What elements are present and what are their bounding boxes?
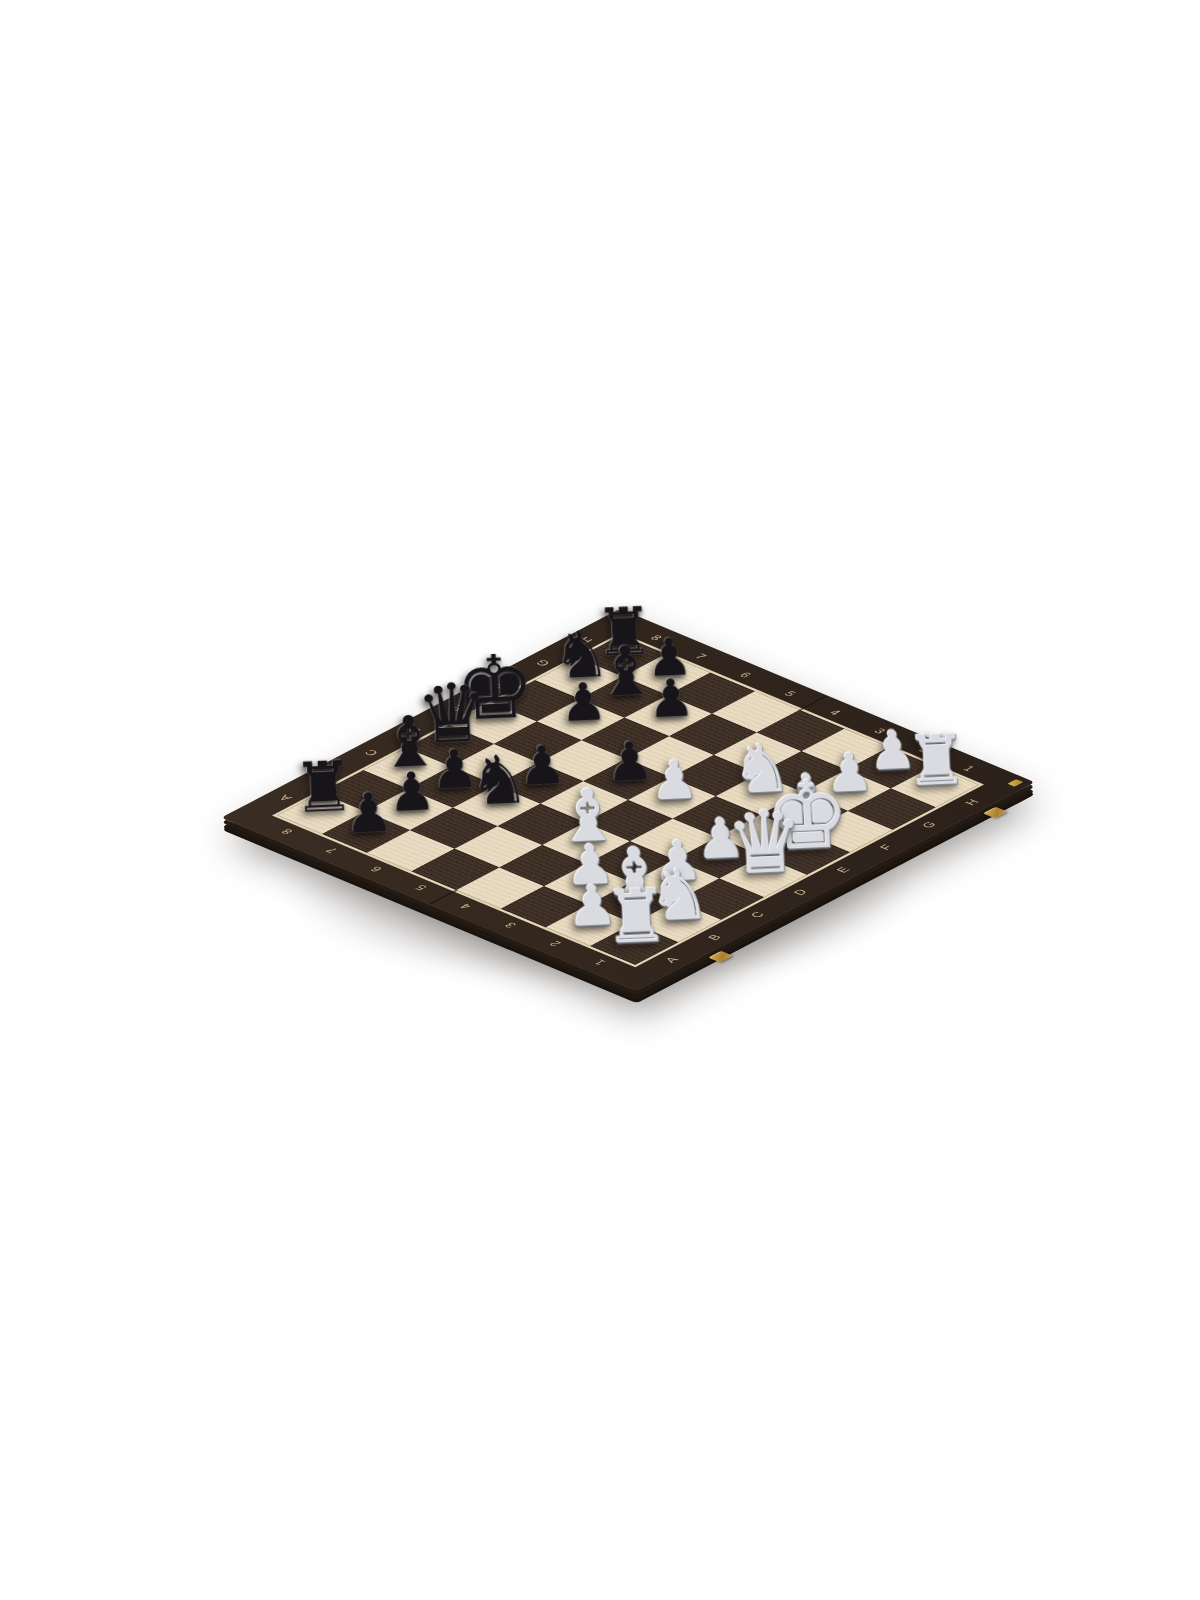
rook-icon: ♜ — [565, 877, 708, 956]
brand-emblem-icon — [1007, 779, 1023, 787]
board-grid: ♜♝♛♚♞♜♟♟♟♟♝♟♞♟♟♟♝♟♟♞♟♝♟♟♟♟♟♜♞♛♚♜ — [272, 633, 984, 968]
board-scene: 87654321 87654321 ABCDEFGH ABCDEFGH ♜♝♛♚… — [334, 652, 921, 948]
rook-icon: ♜ — [866, 723, 1009, 798]
chess-set-photo: 87654321 87654321 ABCDEFGH ABCDEFGH ♜♝♛♚… — [0, 0, 1200, 1600]
